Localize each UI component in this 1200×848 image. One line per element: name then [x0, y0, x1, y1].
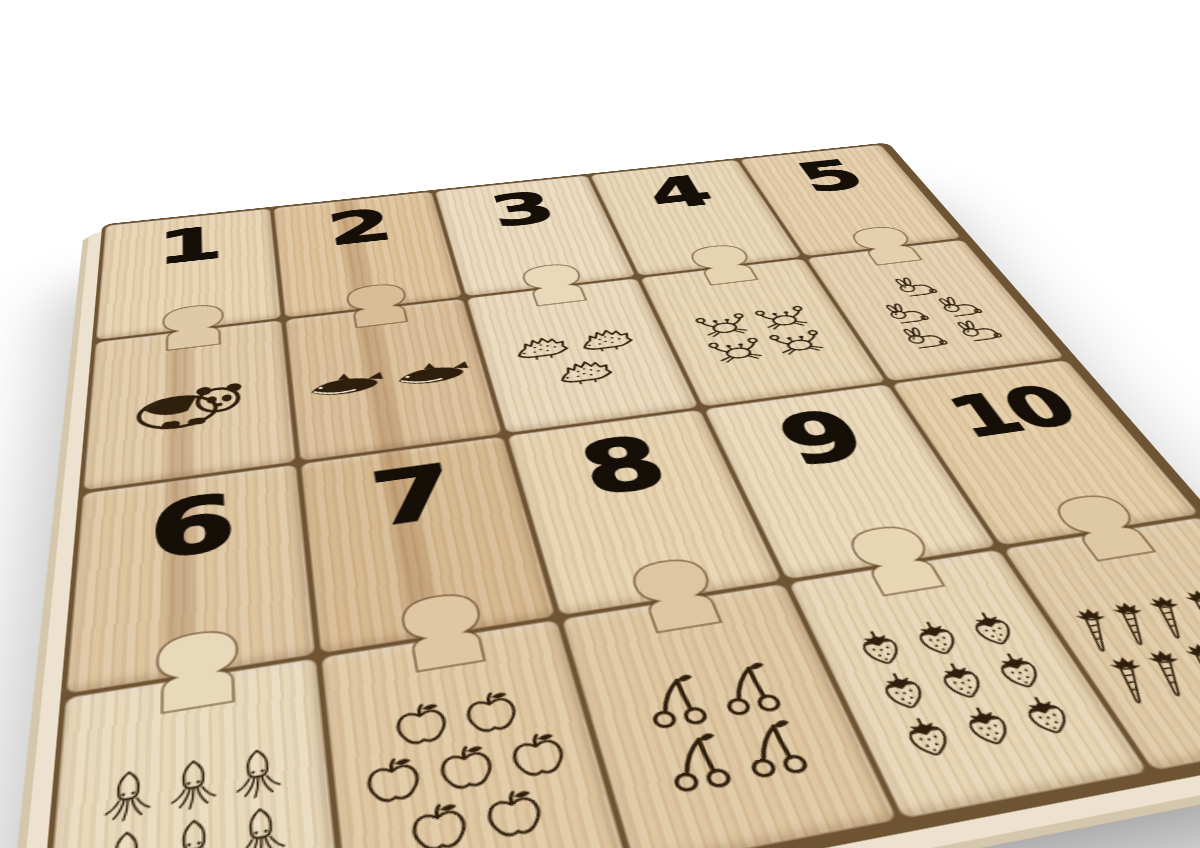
- engraved-number: 7: [303, 447, 525, 549]
- apple-icon: [359, 752, 429, 811]
- cherry-pair-icon: [705, 656, 790, 721]
- rabbit-icon: [892, 324, 957, 353]
- jigsaw-tab: [154, 299, 232, 353]
- engraved-number: 10: [903, 374, 1122, 451]
- cherry-pair-icon: [727, 713, 817, 783]
- engraved-number: 8: [511, 419, 735, 516]
- apple-icon: [457, 686, 526, 740]
- panda-icon: [125, 375, 256, 437]
- squid-icon: [166, 754, 221, 818]
- squid-icon: [99, 765, 156, 830]
- strawberry-icon: [903, 616, 972, 662]
- crab-icon: [764, 327, 832, 357]
- strawberry-icon: [847, 625, 915, 672]
- apple-icon: [388, 698, 456, 753]
- engraved-number: 2: [275, 198, 444, 258]
- jigsaw-tab: [388, 584, 500, 676]
- hedgehog-engraving-group: [479, 295, 687, 426]
- icon-row: [97, 372, 282, 441]
- engraved-number: 9: [710, 393, 936, 485]
- engraved-number: 1: [102, 215, 274, 278]
- strawberry-icon: [891, 711, 965, 764]
- engraved-number: 6: [77, 475, 303, 582]
- apple-icon: [403, 797, 477, 848]
- strawberry-icon: [868, 667, 939, 717]
- squid-icon: [230, 743, 286, 806]
- strawberry-icon: [926, 657, 998, 706]
- carrot-icon: [1071, 607, 1119, 654]
- orca-icon: [304, 368, 387, 403]
- jigsaw-tab: [145, 620, 251, 718]
- hedgehog-icon: [550, 353, 619, 387]
- puzzle-piece-picture-orca[interactable]: [285, 299, 502, 462]
- cherry-pair-icon: [652, 726, 740, 798]
- rabbit-icon: [946, 317, 1011, 346]
- apple-engraving-group: [336, 650, 614, 848]
- engraved-number: 3: [438, 181, 609, 239]
- puzzle-board: 12345678910: [34, 142, 1200, 848]
- panda-engraving-group: [94, 338, 286, 482]
- squid-icon: [232, 801, 291, 848]
- cherry-pair-icon: [632, 668, 716, 734]
- apple-icon: [477, 784, 552, 846]
- engraved-number: 4: [594, 165, 766, 221]
- orca-engraving-group: [296, 316, 492, 453]
- squid-engraving-group: [57, 691, 328, 848]
- crab-icon: [703, 334, 770, 365]
- engraved-number: 5: [744, 150, 916, 203]
- strawberry-icon: [958, 607, 1028, 652]
- product-photo-stage: 12345678910: [0, 0, 1200, 848]
- jigsaw-tab: [337, 279, 419, 331]
- puzzle-piece-picture-panda[interactable]: [83, 320, 296, 491]
- orca-icon: [390, 357, 474, 392]
- rabbit-icon: [885, 275, 947, 302]
- rabbit-icon: [875, 300, 938, 328]
- photo-scene: 12345678910: [216, 17, 984, 832]
- icon-row: [300, 357, 478, 404]
- apple-icon: [502, 727, 575, 784]
- apple-icon: [431, 739, 502, 797]
- squid-icon: [165, 813, 223, 848]
- strawberry-icon: [983, 647, 1056, 695]
- rabbit-icon: [928, 294, 992, 322]
